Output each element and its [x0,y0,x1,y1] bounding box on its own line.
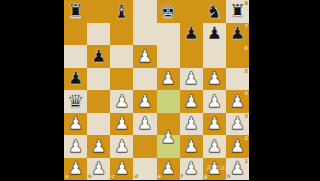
piece-wP-h2[interactable]: ♟ [230,138,245,155]
piece-wP-e1[interactable]: ♟ [160,160,175,177]
square-g3[interactable]: ♟ [203,113,226,136]
square-f4[interactable]: ♟ [180,90,203,113]
file-label-g: g [204,174,208,179]
square-a1[interactable]: ♟a [64,158,87,181]
piece-wP-a1[interactable]: ♟ [68,160,83,177]
piece-wP-b1[interactable]: ♟ [91,160,106,177]
piece-bR-a8[interactable]: ♜ [67,2,84,21]
file-label-b: b [88,174,92,179]
file-label-e: e [158,174,161,179]
piece-wP-f5[interactable]: ♟ [184,70,199,87]
square-h2[interactable]: ♟2 [226,135,249,158]
piece-wP-c4[interactable]: ♟ [114,93,129,110]
pillarbox-left [0,0,64,180]
square-c6[interactable] [110,45,133,68]
piece-wP-c1[interactable]: ♟ [114,160,129,177]
square-b5[interactable] [87,68,110,91]
square-e1[interactable]: ♟e [157,158,180,181]
square-c3[interactable]: ♟ [110,113,133,136]
piece-bN-g8[interactable]: ♞ [206,2,223,21]
square-e2[interactable]: ♟ [157,135,180,158]
file-label-h: h [227,174,231,179]
square-e7[interactable] [157,23,180,46]
piece-wP-g5[interactable]: ♟ [207,70,222,87]
video-frame: ♜♝♚♞♜8♟♟♟7♟♟6♟♟♟♟5♛♟♟♟♟♟4♟♟♟♟♟♟3♟♟♟♟♟♟♟2… [0,0,320,180]
square-c7[interactable] [110,23,133,46]
square-h5[interactable]: 5 [226,68,249,91]
piece-wP-g3[interactable]: ♟ [207,115,222,132]
square-a5[interactable]: ♟ [64,68,87,91]
piece-bK-e8[interactable]: ♚ [160,2,177,21]
square-d8[interactable] [133,0,156,23]
piece-wP-f1[interactable]: ♟ [184,160,199,177]
square-c2[interactable]: ♟ [110,135,133,158]
square-d6[interactable]: ♟ [133,45,156,68]
piece-wP-d3[interactable]: ♟ [137,115,152,132]
rank-label-1: 1 [245,159,248,164]
piece-wP-h4[interactable]: ♟ [230,93,245,110]
square-h6[interactable]: 6 [226,45,249,68]
file-label-c: c [111,174,114,179]
piece-wP-f3[interactable]: ♟ [184,115,199,132]
square-e4[interactable] [157,90,180,113]
square-c5[interactable] [110,68,133,91]
square-a7[interactable] [64,23,87,46]
square-f1[interactable]: ♟f [180,158,203,181]
square-c4[interactable]: ♟ [110,90,133,113]
square-h7[interactable]: ♟7 [226,23,249,46]
square-e3[interactable] [157,113,180,136]
rank-label-4: 4 [245,91,248,96]
square-b8[interactable] [87,0,110,23]
piece-wP-a3[interactable]: ♟ [68,115,83,132]
file-label-a: a [65,174,68,179]
rank-label-3: 3 [245,114,248,119]
square-g6[interactable] [203,45,226,68]
piece-bR-h8[interactable]: ♜ [229,2,246,21]
rank-label-2: 2 [245,136,248,141]
rank-label-6: 6 [245,46,248,51]
piece-wP-d4[interactable]: ♟ [137,93,152,110]
rank-label-8: 8 [245,1,248,6]
square-b7[interactable] [87,23,110,46]
chess-board: ♜♝♚♞♜8♟♟♟7♟♟6♟♟♟♟5♛♟♟♟♟♟4♟♟♟♟♟♟3♟♟♟♟♟♟♟2… [64,0,249,180]
square-g7[interactable]: ♟ [203,23,226,46]
square-a2[interactable]: ♟ [64,135,87,158]
piece-wP-h1[interactable]: ♟ [230,160,245,177]
piece-wP-e5[interactable]: ♟ [160,70,175,87]
rank-label-7: 7 [245,24,248,29]
square-d2[interactable] [133,135,156,158]
watermark-text: Recap [206,163,230,173]
piece-bQ-a4[interactable]: ♛ [67,92,84,111]
square-a4[interactable]: ♛ [64,90,87,113]
pillarbox-right [249,0,320,180]
square-e6[interactable] [157,45,180,68]
piece-wP-b2[interactable]: ♟ [91,138,106,155]
square-c1[interactable]: ♟c [110,158,133,181]
square-a6[interactable] [64,45,87,68]
square-h8[interactable]: ♜8 [226,0,249,23]
square-b3[interactable] [87,113,110,136]
file-label-f: f [181,174,183,179]
piece-bP-g7[interactable]: ♟ [207,25,222,42]
square-f2[interactable]: ♟ [180,135,203,158]
square-d1[interactable]: d [133,158,156,181]
square-f7[interactable]: ♟ [180,23,203,46]
piece-bB-c8[interactable]: ♝ [113,2,130,21]
square-g4[interactable]: ♟ [203,90,226,113]
square-b6[interactable]: ♟ [87,45,110,68]
square-e5[interactable]: ♟ [157,68,180,91]
square-c8[interactable]: ♝ [110,0,133,23]
piece-wP-a2[interactable]: ♟ [68,138,83,155]
square-f5[interactable]: ♟ [180,68,203,91]
square-f6[interactable] [180,45,203,68]
square-f3[interactable]: ♟ [180,113,203,136]
square-f8[interactable] [180,0,203,23]
square-h3[interactable]: ♟3 [226,113,249,136]
piece-wP-d6[interactable]: ♟ [137,48,152,65]
square-d4[interactable]: ♟ [133,90,156,113]
piece-wP-f4[interactable]: ♟ [184,93,199,110]
piece-wP-g2[interactable]: ♟ [207,138,222,155]
piece-wP-f2[interactable]: ♟ [184,138,199,155]
square-g2[interactable]: ♟ [203,135,226,158]
square-d3[interactable]: ♟ [133,113,156,136]
square-d7[interactable] [133,23,156,46]
piece-wP-h3[interactable]: ♟ [230,115,245,132]
piece-wP-c3[interactable]: ♟ [114,115,129,132]
square-b1[interactable]: ♟b [87,158,110,181]
piece-bP-f7[interactable]: ♟ [184,25,199,42]
square-h4[interactable]: ♟4 [226,90,249,113]
square-e8[interactable]: ♚ [157,0,180,23]
piece-wP-g4[interactable]: ♟ [207,93,222,110]
piece-bP-a5[interactable]: ♟ [68,70,83,87]
square-b2[interactable]: ♟ [87,135,110,158]
square-d5[interactable] [133,68,156,91]
square-b4[interactable] [87,90,110,113]
square-a8[interactable]: ♜ [64,0,87,23]
piece-bP-b6[interactable]: ♟ [91,48,106,65]
file-label-d: d [134,174,138,179]
square-g5[interactable]: ♟ [203,68,226,91]
square-g8[interactable]: ♞ [203,0,226,23]
piece-bP-h7[interactable]: ♟ [230,25,245,42]
piece-wP-c2[interactable]: ♟ [114,138,129,155]
rank-label-5: 5 [245,69,248,74]
square-a3[interactable]: ♟ [64,113,87,136]
